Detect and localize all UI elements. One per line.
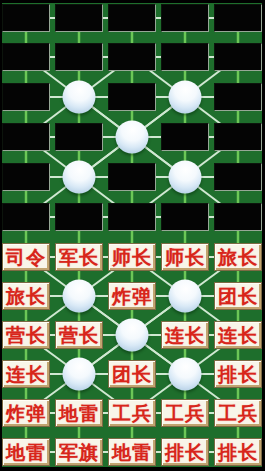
piece-tile[interactable]: 炸弹 xyxy=(2,399,50,427)
hidden-enemy-piece[interactable] xyxy=(108,4,156,32)
piece-label: 排长 xyxy=(165,443,205,462)
piece-tile[interactable]: 工兵 xyxy=(108,399,156,427)
hidden-enemy-piece[interactable] xyxy=(2,123,50,151)
piece-label: 炸弹 xyxy=(6,404,46,423)
piece-tile[interactable]: 旅长 xyxy=(2,282,50,310)
piece-label: 连长 xyxy=(165,326,205,345)
hidden-enemy-piece[interactable] xyxy=(55,43,103,71)
piece-tile[interactable]: 工兵 xyxy=(161,399,209,427)
piece-tile[interactable]: 团长 xyxy=(108,360,156,388)
piece-tile[interactable]: 军旗 xyxy=(55,438,103,466)
hidden-enemy-piece[interactable] xyxy=(2,163,50,191)
piece-tile[interactable]: 排长 xyxy=(161,438,209,466)
piece-tile[interactable]: 工兵 xyxy=(214,399,262,427)
camp-sphere[interactable] xyxy=(63,161,96,194)
hidden-enemy-piece[interactable] xyxy=(161,43,209,71)
piece-label: 营长 xyxy=(59,326,99,345)
piece-label: 连长 xyxy=(6,365,46,384)
piece-tile[interactable]: 团长 xyxy=(214,282,262,310)
piece-label: 营长 xyxy=(6,326,46,345)
camp-sphere[interactable] xyxy=(63,358,96,391)
hidden-enemy-piece[interactable] xyxy=(214,123,262,151)
camp-sphere[interactable] xyxy=(63,81,96,114)
piece-label: 司令 xyxy=(6,248,46,267)
piece-label: 排长 xyxy=(218,365,258,384)
piece-tile[interactable]: 地雷 xyxy=(2,438,50,466)
hidden-enemy-piece[interactable] xyxy=(161,203,209,231)
hidden-enemy-piece[interactable] xyxy=(2,43,50,71)
piece-label: 旅长 xyxy=(218,248,258,267)
piece-label: 团长 xyxy=(218,287,258,306)
piece-label: 地雷 xyxy=(6,443,46,462)
hidden-enemy-piece[interactable] xyxy=(55,123,103,151)
piece-tile[interactable]: 连长 xyxy=(214,321,262,349)
piece-tile[interactable]: 营长 xyxy=(2,321,50,349)
piece-label: 炸弹 xyxy=(112,287,152,306)
hidden-enemy-piece[interactable] xyxy=(55,203,103,231)
camp-sphere[interactable] xyxy=(169,81,202,114)
piece-label: 军长 xyxy=(59,248,99,267)
piece-label: 连长 xyxy=(218,326,258,345)
piece-label: 师长 xyxy=(165,248,205,267)
hidden-enemy-piece[interactable] xyxy=(161,123,209,151)
piece-label: 工兵 xyxy=(112,404,152,423)
piece-label: 地雷 xyxy=(59,404,99,423)
hidden-enemy-piece[interactable] xyxy=(214,83,262,111)
game-screen: 司令军长师长师长旅长旅长炸弹团长营长营长连长连长连长团长排长炸弹地雷工兵工兵工兵… xyxy=(0,0,265,471)
hidden-enemy-piece[interactable] xyxy=(214,4,262,32)
camp-sphere[interactable] xyxy=(63,280,96,313)
piece-label: 军旗 xyxy=(59,443,99,462)
hidden-enemy-piece[interactable] xyxy=(108,163,156,191)
piece-label: 地雷 xyxy=(112,443,152,462)
piece-tile[interactable]: 地雷 xyxy=(108,438,156,466)
piece-tile[interactable]: 旅长 xyxy=(214,243,262,271)
piece-label: 排长 xyxy=(218,443,258,462)
piece-label: 工兵 xyxy=(218,404,258,423)
piece-tile[interactable]: 司令 xyxy=(2,243,50,271)
piece-tile[interactable]: 排长 xyxy=(214,360,262,388)
piece-tile[interactable]: 师长 xyxy=(108,243,156,271)
hidden-enemy-piece[interactable] xyxy=(108,43,156,71)
camp-sphere[interactable] xyxy=(116,319,149,352)
hidden-enemy-piece[interactable] xyxy=(108,83,156,111)
hidden-enemy-piece[interactable] xyxy=(2,83,50,111)
piece-label: 团长 xyxy=(112,365,152,384)
hidden-enemy-piece[interactable] xyxy=(2,203,50,231)
piece-tile[interactable]: 连长 xyxy=(161,321,209,349)
piece-label: 旅长 xyxy=(6,287,46,306)
piece-label: 师长 xyxy=(112,248,152,267)
hidden-enemy-piece[interactable] xyxy=(2,4,50,32)
piece-tile[interactable]: 炸弹 xyxy=(108,282,156,310)
hidden-enemy-piece[interactable] xyxy=(108,203,156,231)
camp-sphere[interactable] xyxy=(169,161,202,194)
piece-tile[interactable]: 地雷 xyxy=(55,399,103,427)
hidden-enemy-piece[interactable] xyxy=(214,43,262,71)
piece-tile[interactable]: 排长 xyxy=(214,438,262,466)
hidden-enemy-piece[interactable] xyxy=(55,4,103,32)
camp-sphere[interactable] xyxy=(169,280,202,313)
hidden-enemy-piece[interactable] xyxy=(214,203,262,231)
piece-label: 工兵 xyxy=(165,404,205,423)
piece-tile[interactable]: 营长 xyxy=(55,321,103,349)
piece-tile[interactable]: 连长 xyxy=(2,360,50,388)
camp-sphere[interactable] xyxy=(169,358,202,391)
camp-sphere[interactable] xyxy=(116,121,149,154)
hidden-enemy-piece[interactable] xyxy=(161,4,209,32)
piece-tile[interactable]: 师长 xyxy=(161,243,209,271)
piece-tile[interactable]: 军长 xyxy=(55,243,103,271)
hidden-enemy-piece[interactable] xyxy=(214,163,262,191)
